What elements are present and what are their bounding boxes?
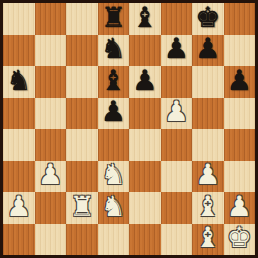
square-g2[interactable]: ♝ xyxy=(192,192,224,224)
piece-black-bishop[interactable]: ♝ xyxy=(101,67,126,95)
piece-black-pawn[interactable]: ♟ xyxy=(195,35,220,63)
piece-black-king[interactable]: ♚ xyxy=(195,4,220,32)
square-g3[interactable]: ♟ xyxy=(192,161,224,193)
square-d3[interactable]: ♞ xyxy=(98,161,130,193)
square-c1[interactable] xyxy=(66,224,98,256)
square-b4[interactable] xyxy=(35,129,67,161)
square-g5[interactable] xyxy=(192,98,224,130)
square-h7[interactable] xyxy=(224,35,256,67)
square-f8[interactable] xyxy=(161,3,193,35)
square-f2[interactable] xyxy=(161,192,193,224)
piece-black-rook[interactable]: ♜ xyxy=(101,4,126,32)
square-h2[interactable]: ♟ xyxy=(224,192,256,224)
square-a1[interactable] xyxy=(3,224,35,256)
square-c5[interactable] xyxy=(66,98,98,130)
square-e8[interactable]: ♝ xyxy=(129,3,161,35)
square-b2[interactable] xyxy=(35,192,67,224)
square-a8[interactable] xyxy=(3,3,35,35)
piece-black-pawn[interactable]: ♟ xyxy=(132,67,157,95)
square-b5[interactable] xyxy=(35,98,67,130)
square-f3[interactable] xyxy=(161,161,193,193)
square-a6[interactable]: ♞ xyxy=(3,66,35,98)
square-g8[interactable]: ♚ xyxy=(192,3,224,35)
square-d5[interactable]: ♟ xyxy=(98,98,130,130)
square-c2[interactable]: ♜ xyxy=(66,192,98,224)
piece-white-pawn[interactable]: ♟ xyxy=(195,161,220,189)
square-h5[interactable] xyxy=(224,98,256,130)
piece-white-knight[interactable]: ♞ xyxy=(101,161,126,189)
square-e6[interactable]: ♟ xyxy=(129,66,161,98)
square-h6[interactable]: ♟ xyxy=(224,66,256,98)
piece-black-knight[interactable]: ♞ xyxy=(6,67,31,95)
piece-white-bishop[interactable]: ♝ xyxy=(195,193,220,221)
piece-white-pawn[interactable]: ♟ xyxy=(227,193,252,221)
square-b8[interactable] xyxy=(35,3,67,35)
piece-white-pawn[interactable]: ♟ xyxy=(164,98,189,126)
square-h3[interactable] xyxy=(224,161,256,193)
piece-black-pawn[interactable]: ♟ xyxy=(227,67,252,95)
square-h4[interactable] xyxy=(224,129,256,161)
square-f1[interactable] xyxy=(161,224,193,256)
square-h8[interactable] xyxy=(224,3,256,35)
square-b6[interactable] xyxy=(35,66,67,98)
square-c4[interactable] xyxy=(66,129,98,161)
piece-white-knight[interactable]: ♞ xyxy=(101,193,126,221)
square-d4[interactable] xyxy=(98,129,130,161)
square-g4[interactable] xyxy=(192,129,224,161)
square-h1[interactable]: ♚ xyxy=(224,224,256,256)
piece-black-pawn[interactable]: ♟ xyxy=(101,98,126,126)
square-a7[interactable] xyxy=(3,35,35,67)
piece-black-knight[interactable]: ♞ xyxy=(101,35,126,63)
piece-black-bishop[interactable]: ♝ xyxy=(132,4,157,32)
square-f4[interactable] xyxy=(161,129,193,161)
square-c3[interactable] xyxy=(66,161,98,193)
piece-white-rook[interactable]: ♜ xyxy=(69,193,94,221)
square-a5[interactable] xyxy=(3,98,35,130)
square-e4[interactable] xyxy=(129,129,161,161)
square-f5[interactable]: ♟ xyxy=(161,98,193,130)
square-e3[interactable] xyxy=(129,161,161,193)
square-d8[interactable]: ♜ xyxy=(98,3,130,35)
square-f7[interactable]: ♟ xyxy=(161,35,193,67)
square-d6[interactable]: ♝ xyxy=(98,66,130,98)
piece-black-pawn[interactable]: ♟ xyxy=(164,35,189,63)
piece-white-pawn[interactable]: ♟ xyxy=(6,193,31,221)
square-f6[interactable] xyxy=(161,66,193,98)
chess-board-frame: ♜♝♚♞♟♟♞♝♟♟♟♟♟♞♟♟♜♞♝♟♝♚ xyxy=(0,0,258,258)
square-e2[interactable] xyxy=(129,192,161,224)
square-a3[interactable] xyxy=(3,161,35,193)
square-g1[interactable]: ♝ xyxy=(192,224,224,256)
square-e5[interactable] xyxy=(129,98,161,130)
square-a2[interactable]: ♟ xyxy=(3,192,35,224)
piece-white-bishop[interactable]: ♝ xyxy=(195,224,220,252)
square-b1[interactable] xyxy=(35,224,67,256)
square-g7[interactable]: ♟ xyxy=(192,35,224,67)
square-e7[interactable] xyxy=(129,35,161,67)
square-a4[interactable] xyxy=(3,129,35,161)
square-c6[interactable] xyxy=(66,66,98,98)
square-c7[interactable] xyxy=(66,35,98,67)
square-d2[interactable]: ♞ xyxy=(98,192,130,224)
square-g6[interactable] xyxy=(192,66,224,98)
piece-white-king[interactable]: ♚ xyxy=(227,224,252,252)
piece-white-pawn[interactable]: ♟ xyxy=(38,161,63,189)
chess-board: ♜♝♚♞♟♟♞♝♟♟♟♟♟♞♟♟♜♞♝♟♝♚ xyxy=(3,3,255,255)
square-b7[interactable] xyxy=(35,35,67,67)
square-d7[interactable]: ♞ xyxy=(98,35,130,67)
square-d1[interactable] xyxy=(98,224,130,256)
square-c8[interactable] xyxy=(66,3,98,35)
square-b3[interactable]: ♟ xyxy=(35,161,67,193)
square-e1[interactable] xyxy=(129,224,161,256)
